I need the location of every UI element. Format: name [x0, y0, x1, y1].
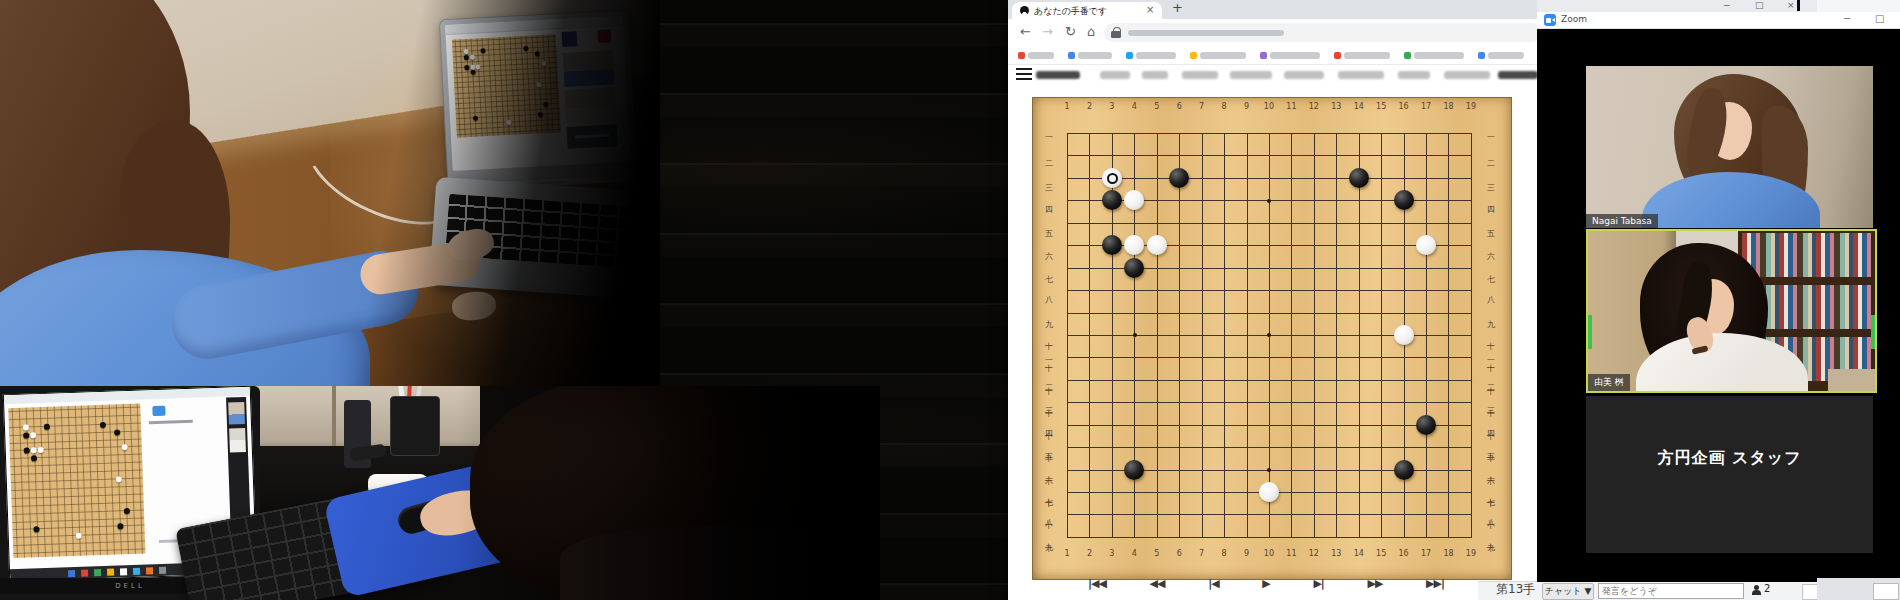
- row-label: 十二: [1483, 370, 1497, 390]
- zoom-window-title: Zoom: [1561, 14, 1587, 24]
- grid-line: [1471, 133, 1472, 538]
- url-bar[interactable]: [1104, 23, 1542, 42]
- column-label: 7: [1194, 549, 1210, 558]
- text-cursor: [1797, 0, 1800, 11]
- browser-tab[interactable]: あなたの手番です ×: [1012, 2, 1162, 19]
- row-label: 十: [1483, 325, 1497, 345]
- bookmark-favicon: [1260, 52, 1267, 59]
- row-label: 七: [1041, 258, 1055, 278]
- grid-line: [1314, 133, 1315, 538]
- white-stone: [1259, 482, 1279, 502]
- grid-line: [1336, 133, 1337, 538]
- column-label: 5: [1149, 549, 1165, 558]
- column-label: 2: [1081, 102, 1097, 111]
- black-stone: [1349, 168, 1369, 188]
- grid-line: [1448, 133, 1449, 538]
- column-label: 9: [1239, 549, 1255, 558]
- playback-controls: |◀◀◀◀|◀▶▶|▶▶▶▶|: [1088, 577, 1444, 590]
- back-icon[interactable]: ←: [1020, 24, 1031, 39]
- close-icon[interactable]: ×: [1787, 0, 1795, 10]
- column-label: 13: [1328, 549, 1344, 558]
- black-stone: [1102, 190, 1122, 210]
- blurred-nav-item[interactable]: [1142, 71, 1168, 79]
- grid-line: [1067, 425, 1472, 426]
- fade-overlay: [0, 386, 880, 600]
- column-label: 10: [1261, 102, 1277, 111]
- row-label: 十五: [1041, 437, 1055, 457]
- black-stone: [1124, 460, 1144, 480]
- row-label: 六: [1041, 235, 1055, 255]
- row-label: 七: [1483, 258, 1497, 278]
- white-stone: [1394, 325, 1414, 345]
- row-label: 十三: [1483, 392, 1497, 412]
- blurred-url: [1128, 30, 1284, 36]
- zoom-title-bar: Zoom − □: [1537, 12, 1900, 29]
- row-label: 十二: [1041, 370, 1055, 390]
- column-label: 13: [1328, 102, 1344, 111]
- maximize-icon[interactable]: □: [1755, 0, 1764, 10]
- bookmark-item[interactable]: [1126, 52, 1176, 60]
- video-tile-nagai: Nagai Tabasa: [1586, 66, 1873, 228]
- playback-button-0[interactable]: |◀◀: [1088, 577, 1106, 590]
- grid-line: [1381, 133, 1382, 538]
- star-point: [1133, 333, 1137, 337]
- black-stone: [1102, 235, 1122, 255]
- column-label: 11: [1283, 549, 1299, 558]
- column-label: 8: [1216, 549, 1232, 558]
- participant-name: 方円企画 スタッフ: [1586, 448, 1873, 469]
- column-label: 15: [1373, 549, 1389, 558]
- green-screen-artifact: [1871, 315, 1875, 349]
- row-label: 十五: [1483, 437, 1497, 457]
- column-label: 16: [1396, 102, 1412, 111]
- black-stone: [1124, 258, 1144, 278]
- row-label: 八: [1041, 280, 1055, 300]
- column-label: 17: [1418, 102, 1434, 111]
- participant-count: 2: [1764, 583, 1770, 594]
- bookmark-item[interactable]: [1260, 52, 1320, 60]
- bookmark-item[interactable]: [1190, 52, 1246, 60]
- row-label: 六: [1483, 235, 1497, 255]
- tab-title: あなたの手番です: [1034, 5, 1138, 17]
- row-label: 一: [1483, 123, 1497, 143]
- column-label: 1: [1059, 102, 1075, 111]
- row-label: 十八: [1483, 504, 1497, 524]
- forward-icon[interactable]: →: [1042, 24, 1053, 39]
- column-label: 16: [1396, 549, 1412, 558]
- grid-line: [1291, 133, 1292, 538]
- bookmark-item[interactable]: [1334, 52, 1390, 60]
- grid-line: [1426, 133, 1427, 538]
- playback-button-6[interactable]: ▶▶|: [1426, 577, 1444, 590]
- row-label: 九: [1041, 303, 1055, 323]
- column-label: 15: [1373, 102, 1389, 111]
- column-label: 19: [1463, 549, 1479, 558]
- row-label: 十一: [1483, 347, 1497, 367]
- white-stone: [1147, 235, 1167, 255]
- row-label: 四: [1483, 190, 1497, 210]
- column-label: 14: [1351, 549, 1367, 558]
- chrome-window-controls: − □ ×: [1537, 0, 1817, 12]
- row-label: 十四: [1041, 415, 1055, 435]
- row-label: 十: [1041, 325, 1055, 345]
- row-label: 十一: [1041, 347, 1055, 367]
- green-screen-artifact: [1588, 315, 1592, 349]
- bookmark-item[interactable]: [1068, 52, 1112, 60]
- row-label: 二: [1041, 145, 1055, 165]
- column-label: 12: [1306, 549, 1322, 558]
- column-label: 4: [1126, 549, 1142, 558]
- chat-dropdown-button[interactable]: チャット ▼: [1542, 583, 1594, 600]
- blurred-nav-item[interactable]: [1398, 71, 1430, 79]
- column-label: 5: [1149, 102, 1165, 111]
- grid-line: [1067, 380, 1472, 381]
- grid-line: [1067, 447, 1472, 448]
- blurred-nav-item[interactable]: [1100, 71, 1130, 79]
- star-point: [1267, 333, 1271, 337]
- bookmark-favicon: [1478, 52, 1485, 59]
- minimize-icon[interactable]: −: [1723, 0, 1731, 10]
- bookmark-favicon: [1126, 52, 1133, 59]
- chat-input[interactable]: [1598, 583, 1744, 599]
- grid-line: [1067, 514, 1472, 515]
- row-label: 十九: [1483, 527, 1497, 547]
- bookmark-favicon: [1334, 52, 1341, 59]
- photo-woman-laptop: MacBook Air: [0, 0, 660, 386]
- white-stone: [1124, 190, 1144, 210]
- bookmark-item[interactable]: [1478, 52, 1524, 60]
- row-label: 三: [1483, 168, 1497, 188]
- column-label: 6: [1171, 549, 1187, 558]
- row-label: 十八: [1041, 504, 1055, 524]
- row-label: 十三: [1041, 392, 1055, 412]
- new-tab-button[interactable]: +: [1172, 0, 1183, 15]
- bottom-right-panel: [1817, 578, 1900, 600]
- row-label: 十七: [1041, 482, 1055, 502]
- reload-icon[interactable]: ↻: [1065, 24, 1076, 39]
- black-stone: [1169, 168, 1189, 188]
- column-label: 7: [1194, 102, 1210, 111]
- row-label: 十九: [1041, 527, 1055, 547]
- move-counter: 第13手: [1496, 581, 1535, 598]
- column-label: 3: [1104, 102, 1120, 111]
- playback-button-5[interactable]: ▶▶: [1368, 577, 1383, 590]
- fade-overlay: [0, 0, 660, 386]
- column-label: 1: [1059, 549, 1075, 558]
- white-stone: [1416, 235, 1436, 255]
- star-point: [1267, 199, 1271, 203]
- playback-button-3[interactable]: ▶: [1262, 577, 1269, 590]
- zoom-window: Zoom − □ Nagai Tabasa 由美 桝 方円企画 スタッフ: [1537, 12, 1900, 582]
- column-label: 18: [1440, 102, 1456, 111]
- column-label: 9: [1239, 102, 1255, 111]
- top-right-strip: [1817, 0, 1900, 12]
- go-board[interactable]: 1122334455667788991010111112121313141415…: [1032, 97, 1512, 580]
- white-stone: [1102, 168, 1122, 188]
- grid-line: [1067, 537, 1472, 538]
- column-label: 11: [1283, 102, 1299, 111]
- star-point: [1267, 468, 1271, 472]
- column-label: 14: [1351, 102, 1367, 111]
- playback-button-1[interactable]: ◀◀: [1150, 577, 1165, 590]
- maximize-icon[interactable]: □: [1875, 13, 1884, 24]
- last-move-marker: [1107, 173, 1118, 184]
- bookmark-favicon: [1018, 52, 1025, 59]
- blurred-nav-item[interactable]: [1444, 71, 1490, 79]
- row-label: 一: [1041, 123, 1055, 143]
- zoom-camera-icon: [1544, 14, 1556, 26]
- grid-line: [1359, 133, 1360, 538]
- blurred-nav-item[interactable]: [1182, 71, 1218, 79]
- blurred-nav-item[interactable]: [1284, 71, 1324, 79]
- column-label: 4: [1126, 102, 1142, 111]
- black-stone: [1394, 460, 1414, 480]
- row-label: 二: [1483, 145, 1497, 165]
- row-label: 五: [1483, 213, 1497, 233]
- row-label: 五: [1041, 213, 1055, 233]
- bookmark-item[interactable]: [1018, 52, 1054, 60]
- blurred-nav-item[interactable]: [1498, 71, 1538, 79]
- row-label: 十六: [1041, 460, 1055, 480]
- bookmark-favicon: [1068, 52, 1075, 59]
- blurred-nav-item[interactable]: [1036, 71, 1080, 79]
- column-label: 17: [1418, 549, 1434, 558]
- home-icon[interactable]: ⌂: [1087, 24, 1095, 39]
- grid-line: [1067, 357, 1472, 358]
- minimize-icon[interactable]: −: [1843, 13, 1851, 24]
- row-label: 十六: [1483, 460, 1497, 480]
- bookmark-favicon: [1190, 52, 1197, 59]
- white-stone: [1124, 235, 1144, 255]
- row-label: 十四: [1483, 415, 1497, 435]
- participant-name: Nagai Tabasa: [1586, 214, 1658, 228]
- blurred-nav-item[interactable]: [1230, 71, 1272, 79]
- black-stone: [1394, 190, 1414, 210]
- go-stone-favicon: [1020, 6, 1029, 15]
- column-label: 2: [1081, 549, 1097, 558]
- row-label: 十七: [1483, 482, 1497, 502]
- column-label: 10: [1261, 549, 1277, 558]
- playback-button-4[interactable]: ▶|: [1313, 577, 1323, 590]
- blurred-nav-item[interactable]: [1338, 71, 1384, 79]
- photo-woman-monitor: DELL: [0, 386, 880, 600]
- column-label: 3: [1104, 549, 1120, 558]
- column-label: 19: [1463, 102, 1479, 111]
- grid-line: [1067, 402, 1472, 403]
- column-label: 12: [1306, 102, 1322, 111]
- bookmark-item[interactable]: [1404, 52, 1464, 60]
- video-tile-staff-camera-off: 方円企画 スタッフ: [1586, 396, 1873, 553]
- playback-button-2[interactable]: |◀: [1208, 577, 1218, 590]
- column-label: 6: [1171, 102, 1187, 111]
- small-white-box: [1873, 583, 1899, 600]
- row-label: 四: [1041, 190, 1055, 210]
- video-tile-yumi-active: 由美 桝: [1586, 229, 1877, 393]
- black-stone: [1416, 415, 1436, 435]
- column-label: 18: [1440, 549, 1456, 558]
- tab-close-icon[interactable]: ×: [1146, 4, 1154, 15]
- participant-name: 由美 桝: [1588, 374, 1630, 391]
- bookmark-favicon: [1404, 52, 1411, 59]
- row-label: 八: [1483, 280, 1497, 300]
- column-label: 8: [1216, 102, 1232, 111]
- row-label: 九: [1483, 303, 1497, 323]
- menu-icon[interactable]: [1016, 68, 1032, 80]
- row-label: 三: [1041, 168, 1055, 188]
